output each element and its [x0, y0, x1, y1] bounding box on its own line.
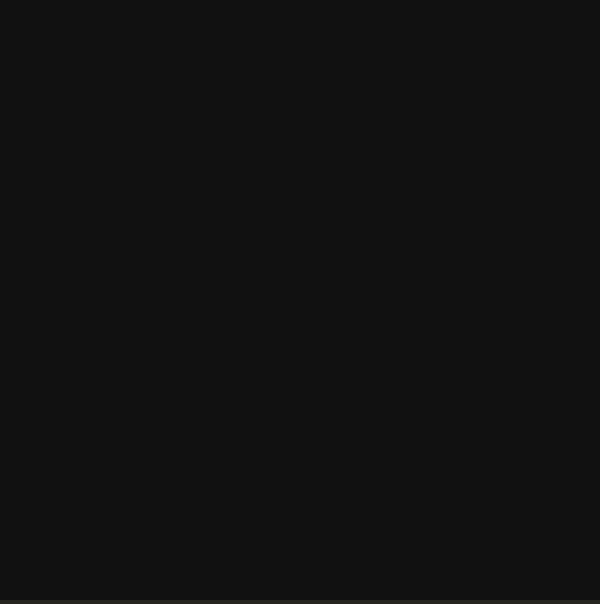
chess-board	[0, 0, 600, 600]
chess-app-window	[0, 0, 600, 604]
bottom-bar	[0, 600, 600, 604]
